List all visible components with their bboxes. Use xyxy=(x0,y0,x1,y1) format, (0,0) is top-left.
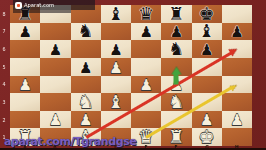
black-knight-c7[interactable]: ♞ xyxy=(71,17,101,41)
frame-bottom-edge xyxy=(0,148,266,150)
black-bishop-d8[interactable]: ♝ xyxy=(101,0,131,23)
square-b5[interactable] xyxy=(40,58,70,76)
white-pawn-a4[interactable]: ♟ xyxy=(10,70,40,94)
white-king-g1[interactable]: ♚ xyxy=(192,122,222,146)
aparat-overlay-subline xyxy=(13,10,71,13)
square-h1[interactable] xyxy=(222,128,252,146)
white-pawn-h2[interactable]: ♟ xyxy=(222,105,252,129)
green-arrow-f4-f5 xyxy=(171,67,182,85)
black-pawn-b6[interactable]: ♟ xyxy=(40,34,70,58)
video-frame: 87654321ABCDEFGH Aparat.com aparat.com/T… xyxy=(0,0,266,150)
rank-label-3: 3 xyxy=(2,100,7,105)
square-a6[interactable] xyxy=(10,40,40,58)
aparat-overlay: Aparat.com xyxy=(13,0,95,10)
rank-label-7: 7 xyxy=(2,29,7,34)
black-pawn-c5[interactable]: ♟ xyxy=(71,52,101,76)
square-a3[interactable] xyxy=(10,93,40,111)
black-knight-f6[interactable]: ♞ xyxy=(161,34,191,58)
white-pawn-d5[interactable]: ♟ xyxy=(101,52,131,76)
rank-label-8: 8 xyxy=(2,11,7,16)
watermark-text: aparat.com/Tgrandgse xyxy=(4,135,136,148)
black-pawn-e7[interactable]: ♟ xyxy=(131,17,161,41)
white-pawn-b2[interactable]: ♟ xyxy=(40,105,70,129)
black-pawn-g6[interactable]: ♟ xyxy=(192,34,222,58)
rank-label-5: 5 xyxy=(2,64,7,69)
white-bishop-d3[interactable]: ♝ xyxy=(101,87,131,111)
rank-label-4: 4 xyxy=(2,82,7,87)
white-pawn-e4[interactable]: ♟ xyxy=(131,70,161,94)
square-h5[interactable] xyxy=(222,58,252,76)
black-pawn-a7[interactable]: ♟ xyxy=(10,17,40,41)
square-b4[interactable] xyxy=(40,76,70,94)
square-e6[interactable] xyxy=(131,40,161,58)
black-pawn-h7[interactable]: ♟ xyxy=(222,17,252,41)
rank-label-6: 6 xyxy=(2,47,7,52)
rank-label-2: 2 xyxy=(2,117,7,122)
aparat-site-label: Aparat.com xyxy=(24,2,54,8)
aparat-logo-icon xyxy=(15,2,22,9)
